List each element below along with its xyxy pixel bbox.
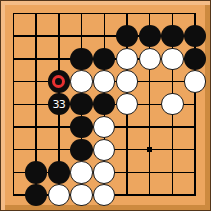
black-stone bbox=[70, 116, 92, 138]
white-stone bbox=[70, 184, 92, 206]
black-stone bbox=[93, 48, 115, 70]
marked-stone-circle bbox=[48, 70, 70, 92]
black-stone bbox=[70, 93, 92, 115]
black-stone bbox=[184, 48, 206, 70]
white-stone bbox=[184, 70, 206, 92]
black-stone bbox=[93, 93, 115, 115]
black-stone bbox=[70, 48, 92, 70]
move-number-label: 33 bbox=[52, 99, 65, 110]
black-stone bbox=[25, 184, 47, 206]
white-stone bbox=[116, 70, 138, 92]
black-stone bbox=[116, 25, 138, 47]
go-board: 33 bbox=[0, 0, 211, 211]
white-stone bbox=[93, 161, 115, 183]
numbered-stone: 33 bbox=[48, 93, 70, 115]
black-stone bbox=[25, 161, 47, 183]
white-stone bbox=[93, 139, 115, 161]
white-stone bbox=[161, 48, 183, 70]
white-stone bbox=[139, 48, 161, 70]
star-point bbox=[147, 147, 152, 152]
white-stone bbox=[93, 184, 115, 206]
white-stone bbox=[116, 93, 138, 115]
black-stone bbox=[70, 139, 92, 161]
black-stone bbox=[184, 25, 206, 47]
black-stone bbox=[139, 25, 161, 47]
white-stone bbox=[116, 48, 138, 70]
black-stone bbox=[48, 161, 70, 183]
black-stone bbox=[161, 25, 183, 47]
white-stone bbox=[48, 184, 70, 206]
white-stone bbox=[161, 93, 183, 115]
white-stone bbox=[93, 70, 115, 92]
white-stone bbox=[70, 161, 92, 183]
white-stone bbox=[70, 70, 92, 92]
circle-marker bbox=[52, 75, 65, 88]
white-stone bbox=[93, 116, 115, 138]
